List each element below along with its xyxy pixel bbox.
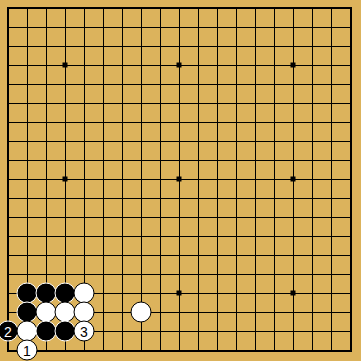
intersection-N16[interactable]	[227, 56, 246, 75]
intersection-R5[interactable]	[303, 265, 322, 284]
intersection-J10[interactable]	[151, 170, 170, 189]
intersection-C15[interactable]	[37, 75, 56, 94]
intersection-D11[interactable]	[56, 151, 75, 170]
intersection-P10[interactable]	[265, 170, 284, 189]
intersection-M10[interactable]	[208, 170, 227, 189]
intersection-F11[interactable]	[94, 151, 113, 170]
intersection-E2[interactable]: 3	[75, 322, 94, 341]
intersection-A2[interactable]: 2	[0, 322, 18, 341]
intersection-K3[interactable]	[170, 303, 189, 322]
intersection-E11[interactable]	[75, 151, 94, 170]
intersection-H7[interactable]	[132, 227, 151, 246]
intersection-N5[interactable]	[227, 265, 246, 284]
intersection-F14[interactable]	[94, 94, 113, 113]
intersection-S8[interactable]	[322, 208, 341, 227]
intersection-F9[interactable]	[94, 189, 113, 208]
intersection-T1[interactable]	[341, 341, 360, 360]
intersection-M2[interactable]	[208, 322, 227, 341]
intersection-N1[interactable]	[227, 341, 246, 360]
intersection-P13[interactable]	[265, 113, 284, 132]
intersection-J5[interactable]	[151, 265, 170, 284]
intersection-G11[interactable]	[113, 151, 132, 170]
intersection-M15[interactable]	[208, 75, 227, 94]
intersection-Q17[interactable]	[284, 37, 303, 56]
intersection-C4[interactable]	[37, 284, 56, 303]
intersection-C19[interactable]	[37, 0, 56, 18]
intersection-C2[interactable]	[37, 322, 56, 341]
intersection-C7[interactable]	[37, 227, 56, 246]
intersection-G7[interactable]	[113, 227, 132, 246]
intersection-D5[interactable]	[56, 265, 75, 284]
intersection-D7[interactable]	[56, 227, 75, 246]
intersection-D9[interactable]	[56, 189, 75, 208]
intersection-K6[interactable]	[170, 246, 189, 265]
intersection-L17[interactable]	[189, 37, 208, 56]
intersection-F13[interactable]	[94, 113, 113, 132]
intersection-Q12[interactable]	[284, 132, 303, 151]
intersection-Q6[interactable]	[284, 246, 303, 265]
intersection-M9[interactable]	[208, 189, 227, 208]
intersection-S2[interactable]	[322, 322, 341, 341]
intersection-O1[interactable]	[246, 341, 265, 360]
intersection-G5[interactable]	[113, 265, 132, 284]
intersection-F2[interactable]	[94, 322, 113, 341]
intersection-E1[interactable]	[75, 341, 94, 360]
intersection-D4[interactable]	[56, 284, 75, 303]
intersection-T19[interactable]	[341, 0, 360, 18]
intersection-E10[interactable]	[75, 170, 94, 189]
intersection-F16[interactable]	[94, 56, 113, 75]
intersection-T10[interactable]	[341, 170, 360, 189]
intersection-E8[interactable]	[75, 208, 94, 227]
intersection-P3[interactable]	[265, 303, 284, 322]
intersection-B5[interactable]	[18, 265, 37, 284]
intersection-S17[interactable]	[322, 37, 341, 56]
intersection-P7[interactable]	[265, 227, 284, 246]
intersection-P9[interactable]	[265, 189, 284, 208]
intersection-B9[interactable]	[18, 189, 37, 208]
intersection-B18[interactable]	[18, 18, 37, 37]
intersection-F18[interactable]	[94, 18, 113, 37]
intersection-H1[interactable]	[132, 341, 151, 360]
intersection-R12[interactable]	[303, 132, 322, 151]
intersection-G3[interactable]	[113, 303, 132, 322]
intersection-A4[interactable]	[0, 284, 18, 303]
intersection-G12[interactable]	[113, 132, 132, 151]
intersection-T5[interactable]	[341, 265, 360, 284]
intersection-F10[interactable]	[94, 170, 113, 189]
intersection-L12[interactable]	[189, 132, 208, 151]
intersection-S11[interactable]	[322, 151, 341, 170]
intersection-Q8[interactable]	[284, 208, 303, 227]
intersection-D2[interactable]	[56, 322, 75, 341]
intersection-L9[interactable]	[189, 189, 208, 208]
intersection-E12[interactable]	[75, 132, 94, 151]
intersection-E13[interactable]	[75, 113, 94, 132]
intersection-J1[interactable]	[151, 341, 170, 360]
intersection-A12[interactable]	[0, 132, 18, 151]
intersection-C6[interactable]	[37, 246, 56, 265]
intersection-D1[interactable]	[56, 341, 75, 360]
intersection-M5[interactable]	[208, 265, 227, 284]
intersection-K9[interactable]	[170, 189, 189, 208]
intersection-R10[interactable]	[303, 170, 322, 189]
intersection-F3[interactable]	[94, 303, 113, 322]
intersection-G14[interactable]	[113, 94, 132, 113]
intersection-T11[interactable]	[341, 151, 360, 170]
intersection-H18[interactable]	[132, 18, 151, 37]
intersection-R8[interactable]	[303, 208, 322, 227]
intersection-P6[interactable]	[265, 246, 284, 265]
intersection-T18[interactable]	[341, 18, 360, 37]
intersection-N9[interactable]	[227, 189, 246, 208]
intersection-T4[interactable]	[341, 284, 360, 303]
intersection-N12[interactable]	[227, 132, 246, 151]
intersection-A5[interactable]	[0, 265, 18, 284]
intersection-G1[interactable]	[113, 341, 132, 360]
intersection-E7[interactable]	[75, 227, 94, 246]
intersection-Q9[interactable]	[284, 189, 303, 208]
intersection-S14[interactable]	[322, 94, 341, 113]
intersection-D14[interactable]	[56, 94, 75, 113]
intersection-E14[interactable]	[75, 94, 94, 113]
intersection-J4[interactable]	[151, 284, 170, 303]
intersection-B16[interactable]	[18, 56, 37, 75]
intersection-F6[interactable]	[94, 246, 113, 265]
intersection-J18[interactable]	[151, 18, 170, 37]
intersection-P8[interactable]	[265, 208, 284, 227]
intersection-B10[interactable]	[18, 170, 37, 189]
intersection-C13[interactable]	[37, 113, 56, 132]
intersection-K18[interactable]	[170, 18, 189, 37]
intersection-D12[interactable]	[56, 132, 75, 151]
intersection-B1[interactable]: 1	[18, 341, 37, 360]
intersection-A1[interactable]	[0, 341, 18, 360]
intersection-K15[interactable]	[170, 75, 189, 94]
intersection-S1[interactable]	[322, 341, 341, 360]
intersection-H15[interactable]	[132, 75, 151, 94]
intersection-J11[interactable]	[151, 151, 170, 170]
intersection-C9[interactable]	[37, 189, 56, 208]
intersection-M19[interactable]	[208, 0, 227, 18]
intersection-T7[interactable]	[341, 227, 360, 246]
intersection-D10[interactable]	[56, 170, 75, 189]
intersection-C14[interactable]	[37, 94, 56, 113]
intersection-R15[interactable]	[303, 75, 322, 94]
intersection-F15[interactable]	[94, 75, 113, 94]
intersection-L1[interactable]	[189, 341, 208, 360]
intersection-L3[interactable]	[189, 303, 208, 322]
intersection-L16[interactable]	[189, 56, 208, 75]
intersection-R6[interactable]	[303, 246, 322, 265]
intersection-G19[interactable]	[113, 0, 132, 18]
intersection-P4[interactable]	[265, 284, 284, 303]
intersection-B2[interactable]	[18, 322, 37, 341]
intersection-H19[interactable]	[132, 0, 151, 18]
intersection-B8[interactable]	[18, 208, 37, 227]
intersection-N10[interactable]	[227, 170, 246, 189]
intersection-S15[interactable]	[322, 75, 341, 94]
intersection-B3[interactable]	[18, 303, 37, 322]
intersection-N11[interactable]	[227, 151, 246, 170]
intersection-B4[interactable]	[18, 284, 37, 303]
intersection-P17[interactable]	[265, 37, 284, 56]
intersection-C8[interactable]	[37, 208, 56, 227]
intersection-C16[interactable]	[37, 56, 56, 75]
intersection-P1[interactable]	[265, 341, 284, 360]
intersection-Q13[interactable]	[284, 113, 303, 132]
intersection-S19[interactable]	[322, 0, 341, 18]
intersection-Q3[interactable]	[284, 303, 303, 322]
intersection-S9[interactable]	[322, 189, 341, 208]
intersection-E9[interactable]	[75, 189, 94, 208]
intersection-D19[interactable]	[56, 0, 75, 18]
intersection-H2[interactable]	[132, 322, 151, 341]
intersection-O19[interactable]	[246, 0, 265, 18]
intersection-Q18[interactable]	[284, 18, 303, 37]
intersection-A11[interactable]	[0, 151, 18, 170]
intersection-G15[interactable]	[113, 75, 132, 94]
intersection-K4[interactable]	[170, 284, 189, 303]
intersection-O6[interactable]	[246, 246, 265, 265]
intersection-F1[interactable]	[94, 341, 113, 360]
intersection-D15[interactable]	[56, 75, 75, 94]
intersection-A17[interactable]	[0, 37, 18, 56]
intersection-Q14[interactable]	[284, 94, 303, 113]
intersection-C12[interactable]	[37, 132, 56, 151]
intersection-P18[interactable]	[265, 18, 284, 37]
intersection-E15[interactable]	[75, 75, 94, 94]
intersection-M18[interactable]	[208, 18, 227, 37]
intersection-L6[interactable]	[189, 246, 208, 265]
intersection-J19[interactable]	[151, 0, 170, 18]
intersection-F5[interactable]	[94, 265, 113, 284]
intersection-S13[interactable]	[322, 113, 341, 132]
intersection-N7[interactable]	[227, 227, 246, 246]
intersection-K12[interactable]	[170, 132, 189, 151]
intersection-A13[interactable]	[0, 113, 18, 132]
intersection-A6[interactable]	[0, 246, 18, 265]
intersection-D17[interactable]	[56, 37, 75, 56]
intersection-R19[interactable]	[303, 0, 322, 18]
intersection-T17[interactable]	[341, 37, 360, 56]
intersection-E4[interactable]	[75, 284, 94, 303]
intersection-L10[interactable]	[189, 170, 208, 189]
intersection-E16[interactable]	[75, 56, 94, 75]
intersection-H3[interactable]	[132, 303, 151, 322]
intersection-R17[interactable]	[303, 37, 322, 56]
intersection-S10[interactable]	[322, 170, 341, 189]
intersection-D16[interactable]	[56, 56, 75, 75]
intersection-H12[interactable]	[132, 132, 151, 151]
intersection-L19[interactable]	[189, 0, 208, 18]
intersection-M14[interactable]	[208, 94, 227, 113]
intersection-H5[interactable]	[132, 265, 151, 284]
intersection-J7[interactable]	[151, 227, 170, 246]
intersection-H9[interactable]	[132, 189, 151, 208]
intersection-K1[interactable]	[170, 341, 189, 360]
intersection-N15[interactable]	[227, 75, 246, 94]
intersection-T9[interactable]	[341, 189, 360, 208]
intersection-J12[interactable]	[151, 132, 170, 151]
intersection-G8[interactable]	[113, 208, 132, 227]
intersection-B6[interactable]	[18, 246, 37, 265]
intersection-N14[interactable]	[227, 94, 246, 113]
intersection-P12[interactable]	[265, 132, 284, 151]
intersection-S4[interactable]	[322, 284, 341, 303]
intersection-T16[interactable]	[341, 56, 360, 75]
intersection-R1[interactable]	[303, 341, 322, 360]
intersection-M16[interactable]	[208, 56, 227, 75]
intersection-P19[interactable]	[265, 0, 284, 18]
intersection-E17[interactable]	[75, 37, 94, 56]
intersection-G17[interactable]	[113, 37, 132, 56]
intersection-J2[interactable]	[151, 322, 170, 341]
intersection-T12[interactable]	[341, 132, 360, 151]
intersection-L7[interactable]	[189, 227, 208, 246]
intersection-C1[interactable]	[37, 341, 56, 360]
intersection-K11[interactable]	[170, 151, 189, 170]
intersection-M11[interactable]	[208, 151, 227, 170]
intersection-K17[interactable]	[170, 37, 189, 56]
intersection-L8[interactable]	[189, 208, 208, 227]
intersection-F17[interactable]	[94, 37, 113, 56]
intersection-E6[interactable]	[75, 246, 94, 265]
intersection-A15[interactable]	[0, 75, 18, 94]
intersection-M17[interactable]	[208, 37, 227, 56]
intersection-A14[interactable]	[0, 94, 18, 113]
intersection-S16[interactable]	[322, 56, 341, 75]
intersection-H11[interactable]	[132, 151, 151, 170]
intersection-N8[interactable]	[227, 208, 246, 227]
intersection-H10[interactable]	[132, 170, 151, 189]
intersection-H17[interactable]	[132, 37, 151, 56]
intersection-N2[interactable]	[227, 322, 246, 341]
intersection-A16[interactable]	[0, 56, 18, 75]
intersection-F12[interactable]	[94, 132, 113, 151]
intersection-A8[interactable]	[0, 208, 18, 227]
intersection-A3[interactable]	[0, 303, 18, 322]
intersection-R11[interactable]	[303, 151, 322, 170]
intersection-F7[interactable]	[94, 227, 113, 246]
intersection-L18[interactable]	[189, 18, 208, 37]
intersection-G9[interactable]	[113, 189, 132, 208]
intersection-N17[interactable]	[227, 37, 246, 56]
intersection-E18[interactable]	[75, 18, 94, 37]
intersection-F19[interactable]	[94, 0, 113, 18]
intersection-M12[interactable]	[208, 132, 227, 151]
intersection-B11[interactable]	[18, 151, 37, 170]
intersection-R7[interactable]	[303, 227, 322, 246]
intersection-R2[interactable]	[303, 322, 322, 341]
intersection-B19[interactable]	[18, 0, 37, 18]
intersection-K14[interactable]	[170, 94, 189, 113]
intersection-T6[interactable]	[341, 246, 360, 265]
intersection-R13[interactable]	[303, 113, 322, 132]
intersection-B17[interactable]	[18, 37, 37, 56]
intersection-N18[interactable]	[227, 18, 246, 37]
intersection-T15[interactable]	[341, 75, 360, 94]
intersection-G6[interactable]	[113, 246, 132, 265]
intersection-Q5[interactable]	[284, 265, 303, 284]
intersection-D18[interactable]	[56, 18, 75, 37]
intersection-P14[interactable]	[265, 94, 284, 113]
intersection-L11[interactable]	[189, 151, 208, 170]
intersection-N4[interactable]	[227, 284, 246, 303]
intersection-M4[interactable]	[208, 284, 227, 303]
intersection-R14[interactable]	[303, 94, 322, 113]
intersection-C5[interactable]	[37, 265, 56, 284]
intersection-S3[interactable]	[322, 303, 341, 322]
intersection-R3[interactable]	[303, 303, 322, 322]
intersection-O5[interactable]	[246, 265, 265, 284]
intersection-H16[interactable]	[132, 56, 151, 75]
intersection-J13[interactable]	[151, 113, 170, 132]
intersection-Q4[interactable]	[284, 284, 303, 303]
intersection-J14[interactable]	[151, 94, 170, 113]
intersection-M7[interactable]	[208, 227, 227, 246]
intersection-N19[interactable]	[227, 0, 246, 18]
intersection-T14[interactable]	[341, 94, 360, 113]
intersection-G10[interactable]	[113, 170, 132, 189]
intersection-J15[interactable]	[151, 75, 170, 94]
intersection-A7[interactable]	[0, 227, 18, 246]
intersection-B7[interactable]	[18, 227, 37, 246]
intersection-D13[interactable]	[56, 113, 75, 132]
intersection-F8[interactable]	[94, 208, 113, 227]
intersection-A18[interactable]	[0, 18, 18, 37]
intersection-Q1[interactable]	[284, 341, 303, 360]
intersection-O11[interactable]	[246, 151, 265, 170]
intersection-E19[interactable]	[75, 0, 94, 18]
intersection-B12[interactable]	[18, 132, 37, 151]
intersection-O13[interactable]	[246, 113, 265, 132]
intersection-B15[interactable]	[18, 75, 37, 94]
intersection-O2[interactable]	[246, 322, 265, 341]
intersection-Q7[interactable]	[284, 227, 303, 246]
intersection-K10[interactable]	[170, 170, 189, 189]
intersection-L13[interactable]	[189, 113, 208, 132]
intersection-J3[interactable]	[151, 303, 170, 322]
intersection-P2[interactable]	[265, 322, 284, 341]
intersection-G4[interactable]	[113, 284, 132, 303]
intersection-O7[interactable]	[246, 227, 265, 246]
intersection-Q2[interactable]	[284, 322, 303, 341]
intersection-K19[interactable]	[170, 0, 189, 18]
intersection-L14[interactable]	[189, 94, 208, 113]
intersection-P16[interactable]	[265, 56, 284, 75]
intersection-S7[interactable]	[322, 227, 341, 246]
intersection-O18[interactable]	[246, 18, 265, 37]
intersection-S6[interactable]	[322, 246, 341, 265]
intersection-R9[interactable]	[303, 189, 322, 208]
intersection-N6[interactable]	[227, 246, 246, 265]
intersection-K13[interactable]	[170, 113, 189, 132]
intersection-O14[interactable]	[246, 94, 265, 113]
intersection-N13[interactable]	[227, 113, 246, 132]
intersection-O9[interactable]	[246, 189, 265, 208]
intersection-C17[interactable]	[37, 37, 56, 56]
intersection-B13[interactable]	[18, 113, 37, 132]
intersection-P5[interactable]	[265, 265, 284, 284]
intersection-O15[interactable]	[246, 75, 265, 94]
intersection-Q19[interactable]	[284, 0, 303, 18]
intersection-S12[interactable]	[322, 132, 341, 151]
intersection-R4[interactable]	[303, 284, 322, 303]
intersection-D8[interactable]	[56, 208, 75, 227]
intersection-J17[interactable]	[151, 37, 170, 56]
intersection-L15[interactable]	[189, 75, 208, 94]
